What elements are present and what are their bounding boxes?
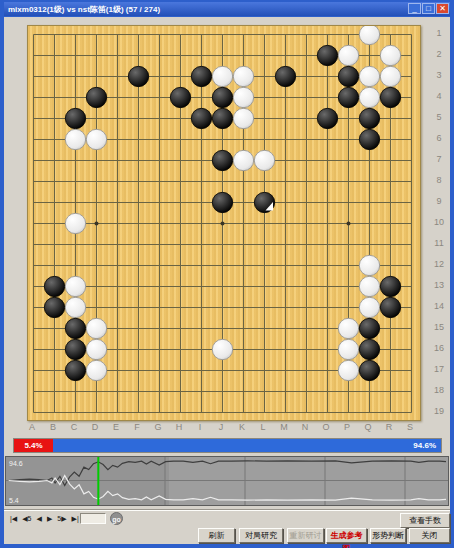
column-label-F: F <box>131 422 143 433</box>
black-winrate-segment: 5.4% <box>14 439 53 452</box>
row-label-10: 10 <box>428 217 450 227</box>
stone-black-C15 <box>65 318 85 338</box>
stone-black-J4 <box>212 87 232 107</box>
stone-black-R4 <box>380 87 400 107</box>
column-label-Q: Q <box>362 422 374 433</box>
column-label-I: I <box>194 422 206 433</box>
column-label-L: L <box>257 422 269 433</box>
stone-white-C14 <box>65 297 85 317</box>
graph-top-label: 94.6 <box>9 460 23 467</box>
column-label-P: P <box>341 422 353 433</box>
judge-button[interactable]: 形势判断 <box>370 528 406 543</box>
stone-black-H4 <box>170 87 190 107</box>
stone-white-P16 <box>338 339 358 359</box>
stone-white-K3 <box>233 66 253 86</box>
column-label-R: R <box>383 422 395 433</box>
row-label-1: 1 <box>428 28 450 38</box>
playback-controls: |◀◀5◀▶5▶▶| <box>9 513 80 525</box>
row-label-8: 8 <box>428 175 450 185</box>
go-button[interactable]: go <box>110 512 123 525</box>
view-moves-button[interactable]: 查看手数 <box>400 513 450 528</box>
stone-white-Q3 <box>359 66 379 86</box>
playback-back5-button[interactable]: ◀5 <box>21 513 32 525</box>
window-controls: _ □ ✕ <box>408 3 449 14</box>
goban[interactable] <box>27 25 421 421</box>
row-label-14: 14 <box>428 301 450 311</box>
minimize-button[interactable]: _ <box>408 3 421 14</box>
stone-black-O2 <box>317 45 337 65</box>
window-title: mixm0312(1级) vs nst陈笛(1级) (57 / 274) <box>4 4 160 15</box>
title-bar: mixm0312(1级) vs nst陈笛(1级) (57 / 274) _ □… <box>4 2 450 16</box>
stone-black-R13 <box>380 276 400 296</box>
stone-white-P15 <box>338 318 358 338</box>
row-label-12: 12 <box>428 259 450 269</box>
column-label-D: D <box>89 422 101 433</box>
winrate-bar: 5.4% 94.6% <box>14 439 441 452</box>
research-button[interactable]: 对局研究 <box>239 528 283 543</box>
stone-white-Q12 <box>359 255 379 275</box>
column-label-H: H <box>173 422 185 433</box>
stone-white-C13 <box>65 276 85 296</box>
stone-black-O5 <box>317 108 337 128</box>
playback-forward5-button[interactable]: 5▶ <box>56 513 67 525</box>
stone-black-M3 <box>275 66 295 86</box>
stone-white-Q4 <box>359 87 379 107</box>
stone-white-J16 <box>212 339 232 359</box>
graph-bottom-label: 5.4 <box>9 497 19 504</box>
stone-white-R2 <box>380 45 400 65</box>
stone-white-L7 <box>254 150 274 170</box>
stone-black-C5 <box>65 108 85 128</box>
stone-black-P4 <box>338 87 358 107</box>
stone-black-J5 <box>212 108 232 128</box>
row-label-3: 3 <box>428 70 450 80</box>
stone-white-R3 <box>380 66 400 86</box>
stone-black-F3 <box>128 66 148 86</box>
stone-white-J3 <box>212 66 232 86</box>
maximize-button[interactable]: □ <box>422 3 435 14</box>
column-label-C: C <box>68 422 80 433</box>
stone-white-D15 <box>86 318 106 338</box>
column-label-J: J <box>215 422 227 433</box>
stone-white-C6 <box>65 129 85 149</box>
refresh-button[interactable]: 刷新 <box>198 528 235 543</box>
close-icon[interactable]: ✕ <box>436 3 449 14</box>
stone-white-D17 <box>86 360 106 380</box>
stone-black-I5 <box>191 108 211 128</box>
stone-white-D6 <box>86 129 106 149</box>
stone-white-D16 <box>86 339 106 359</box>
stone-white-C10 <box>65 213 85 233</box>
stone-black-B13 <box>44 276 64 296</box>
stone-black-C17 <box>65 360 85 380</box>
row-label-16: 16 <box>428 343 450 353</box>
stone-black-Q17 <box>359 360 379 380</box>
row-label-2: 2 <box>428 49 450 59</box>
row-label-7: 7 <box>428 154 450 164</box>
main-panel: ABCDEFGHIJKLMNOPQRS 12345678910111213141… <box>4 17 450 544</box>
stone-white-P17 <box>338 360 358 380</box>
row-label-5: 5 <box>428 112 450 122</box>
row-label-18: 18 <box>428 385 450 395</box>
close-button[interactable]: 关闭 <box>409 528 450 543</box>
column-label-A: A <box>26 422 38 433</box>
stone-black-C16 <box>65 339 85 359</box>
column-label-B: B <box>47 422 59 433</box>
stone-black-R14 <box>380 297 400 317</box>
column-label-O: O <box>320 422 332 433</box>
stone-white-K5 <box>233 108 253 128</box>
stone-white-Q13 <box>359 276 379 296</box>
stone-white-K7 <box>233 150 253 170</box>
stone-black-J7 <box>212 150 232 170</box>
divider <box>4 509 450 511</box>
column-label-K: K <box>236 422 248 433</box>
column-label-M: M <box>278 422 290 433</box>
row-label-15: 15 <box>428 322 450 332</box>
stone-black-D4 <box>86 87 106 107</box>
stone-black-Q15 <box>359 318 379 338</box>
stone-white-K4 <box>233 87 253 107</box>
row-label-13: 13 <box>428 280 450 290</box>
row-label-11: 11 <box>428 238 450 248</box>
column-label-E: E <box>110 422 122 433</box>
generate-ref-button[interactable]: 生成参考图 <box>326 528 367 543</box>
stone-white-P2 <box>338 45 358 65</box>
app-window: mixm0312(1级) vs nst陈笛(1级) (57 / 274) _ □… <box>0 0 454 548</box>
stone-black-P3 <box>338 66 358 86</box>
column-label-N: N <box>299 422 311 433</box>
move-number-input[interactable] <box>80 513 106 524</box>
row-label-17: 17 <box>428 364 450 374</box>
stone-black-J9 <box>212 192 232 212</box>
winrate-graph[interactable]: 94.65.4 <box>5 456 449 506</box>
stone-black-B14 <box>44 297 64 317</box>
white-winrate-segment: 94.6% <box>53 439 441 452</box>
playback-first-button[interactable]: |◀ <box>9 513 18 525</box>
playback-last-button[interactable]: ▶| <box>71 513 80 525</box>
stone-black-Q5 <box>359 108 379 128</box>
stone-black-I3 <box>191 66 211 86</box>
column-label-S: S <box>404 422 416 433</box>
playback-back-button[interactable]: ◀ <box>35 513 42 525</box>
rediscuss-button[interactable]: 重新研讨 <box>287 528 324 543</box>
row-label-6: 6 <box>428 133 450 143</box>
row-label-4: 4 <box>428 91 450 101</box>
row-label-19: 19 <box>428 406 450 416</box>
stone-black-Q16 <box>359 339 379 359</box>
column-label-G: G <box>152 422 164 433</box>
stone-white-Q1 <box>359 26 379 45</box>
stone-white-Q14 <box>359 297 379 317</box>
row-label-9: 9 <box>428 196 450 206</box>
stone-black-Q6 <box>359 129 379 149</box>
playback-forward-button[interactable]: ▶ <box>46 513 53 525</box>
